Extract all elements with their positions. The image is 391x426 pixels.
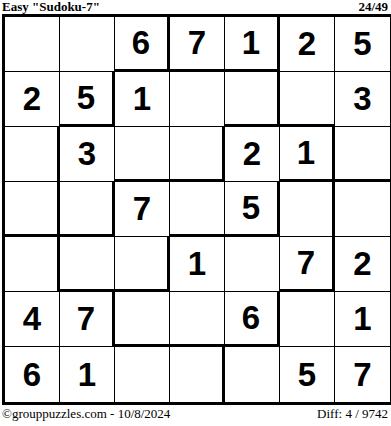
header: Easy "Sudoku-7" 24/49 [2,0,388,14]
cell-r3c7[interactable] [335,127,390,182]
cell-r3c3[interactable] [115,127,170,182]
puzzle-page: Easy "Sudoku-7" 24/49 671252513321751724… [0,0,391,426]
cell-r5c5[interactable] [225,237,280,292]
cell-r7c5[interactable] [225,347,280,402]
cell-r4c3: 7 [115,182,170,237]
cell-r1c6: 2 [280,17,335,72]
cell-r5c2[interactable] [60,237,115,292]
cell-r2c5[interactable] [225,72,280,127]
cell-r6c7: 1 [335,292,390,347]
cell-r4c4[interactable] [170,182,225,237]
cell-r1c3: 6 [115,17,170,72]
cell-r7c7: 7 [335,347,390,402]
cell-r7c2: 1 [60,347,115,402]
cell-r1c4: 7 [170,17,225,72]
cell-r2c7: 3 [335,72,390,127]
cell-r5c4: 1 [170,237,225,292]
cell-r3c6: 1 [280,127,335,182]
cell-r2c3: 1 [115,72,170,127]
cell-r1c7: 5 [335,17,390,72]
difficulty-label: Diff: 4 / 9742 [317,406,388,421]
cell-r5c6: 7 [280,237,335,292]
cell-r7c6: 5 [280,347,335,402]
cell-r5c1[interactable] [5,237,60,292]
cell-r4c1[interactable] [5,182,60,237]
cell-r2c2: 5 [60,72,115,127]
puzzle-counter: 24/49 [358,0,388,13]
sudoku-board: 6712525133217517247616157 [2,14,391,405]
cell-r3c2: 3 [60,127,115,182]
cell-r4c7[interactable] [335,182,390,237]
copyright-date: ©grouppuzzles.com - 10/8/2024 [2,406,170,421]
cell-r7c1: 6 [5,347,60,402]
cell-r6c6[interactable] [280,292,335,347]
puzzle-title: Easy "Sudoku-7" [2,0,100,13]
cell-r6c3[interactable] [115,292,170,347]
cell-r2c6[interactable] [280,72,335,127]
cell-r3c4[interactable] [170,127,225,182]
cell-r6c5: 6 [225,292,280,347]
cell-r7c4[interactable] [170,347,225,402]
cell-r3c1[interactable] [5,127,60,182]
cell-r5c3[interactable] [115,237,170,292]
cell-r2c4[interactable] [170,72,225,127]
cell-r6c4[interactable] [170,292,225,347]
cell-r6c1: 4 [5,292,60,347]
cell-r4c6[interactable] [280,182,335,237]
cell-r1c2[interactable] [60,17,115,72]
cell-r1c1[interactable] [5,17,60,72]
cell-r4c2[interactable] [60,182,115,237]
cell-r1c5: 1 [225,17,280,72]
cell-r5c7: 2 [335,237,390,292]
cell-r2c1: 2 [5,72,60,127]
footer: ©grouppuzzles.com - 10/8/2024 Diff: 4 / … [2,406,388,421]
cell-r6c2: 7 [60,292,115,347]
cell-r3c5: 2 [225,127,280,182]
cell-r4c5: 5 [225,182,280,237]
cell-r7c3[interactable] [115,347,170,402]
